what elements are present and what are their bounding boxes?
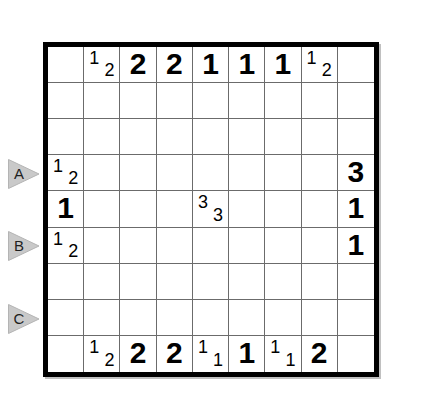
- cell-r6c4[interactable]: [157, 228, 193, 264]
- clue-number: 1: [286, 351, 296, 369]
- clue-number: 1: [193, 47, 228, 82]
- cell-r8c3[interactable]: [120, 300, 156, 336]
- cell-r5c2[interactable]: [84, 191, 120, 227]
- cell-r9c9[interactable]: [338, 336, 374, 372]
- cell-r4c6[interactable]: [229, 155, 265, 191]
- cell-r2c7[interactable]: [265, 83, 301, 119]
- cell-r6c2[interactable]: [84, 228, 120, 264]
- cell-r4c9[interactable]: 3: [338, 155, 374, 191]
- cell-r5c6[interactable]: [229, 191, 265, 227]
- cell-r2c2[interactable]: [84, 83, 120, 119]
- cell-r3c4[interactable]: [157, 119, 193, 155]
- cell-r7c6[interactable]: [229, 264, 265, 300]
- clue-number: 3: [198, 193, 208, 211]
- cell-r3c3[interactable]: [120, 119, 156, 155]
- cell-r6c6[interactable]: [229, 228, 265, 264]
- clue-number: 2: [68, 169, 78, 187]
- clue-number: 3: [338, 155, 374, 190]
- cell-r7c7[interactable]: [265, 264, 301, 300]
- clue-number: 1: [53, 157, 63, 175]
- cell-r6c5[interactable]: [193, 228, 229, 264]
- cell-r1c6[interactable]: 1: [229, 47, 265, 83]
- cell-r8c6[interactable]: [229, 300, 265, 336]
- clue-number: 1: [338, 228, 374, 263]
- clue-number: 2: [157, 47, 192, 82]
- cell-r7c5[interactable]: [193, 264, 229, 300]
- tapa-puzzle-page: ABC 12221111212313311211222111112: [0, 0, 421, 419]
- cell-r2c1[interactable]: [48, 83, 84, 119]
- clue-number: 1: [229, 336, 264, 372]
- clue-number: 1: [265, 47, 300, 82]
- cell-r2c8[interactable]: [302, 83, 338, 119]
- clue-number: 1: [198, 338, 208, 356]
- cell-r6c7[interactable]: [265, 228, 301, 264]
- row-marker-a: A: [8, 159, 40, 189]
- cell-r8c2[interactable]: [84, 300, 120, 336]
- cell-r5c5[interactable]: 33: [193, 191, 229, 227]
- cell-r8c4[interactable]: [157, 300, 193, 336]
- cell-r6c1[interactable]: 12: [48, 228, 84, 264]
- cell-r5c8[interactable]: [302, 191, 338, 227]
- cell-r2c4[interactable]: [157, 83, 193, 119]
- cell-r7c8[interactable]: [302, 264, 338, 300]
- cell-r6c9[interactable]: 1: [338, 228, 374, 264]
- cell-r3c6[interactable]: [229, 119, 265, 155]
- cell-r7c4[interactable]: [157, 264, 193, 300]
- cell-r2c6[interactable]: [229, 83, 265, 119]
- clue-number: 2: [104, 351, 114, 369]
- clue-number: 1: [229, 47, 264, 82]
- clue-number: 1: [307, 49, 317, 67]
- cell-r9c8[interactable]: 2: [302, 336, 338, 372]
- cell-r9c3[interactable]: 2: [120, 336, 156, 372]
- cell-r8c8[interactable]: [302, 300, 338, 336]
- row-marker-label: A: [10, 159, 28, 189]
- cell-r9c2[interactable]: 12: [84, 336, 120, 372]
- cell-r4c5[interactable]: [193, 155, 229, 191]
- cell-r9c4[interactable]: 2: [157, 336, 193, 372]
- clue-number: 1: [270, 338, 280, 356]
- cell-r3c9[interactable]: [338, 119, 374, 155]
- cell-r3c8[interactable]: [302, 119, 338, 155]
- clue-number: 1: [53, 230, 63, 248]
- cell-r9c1[interactable]: [48, 336, 84, 372]
- clue-number: 2: [68, 242, 78, 260]
- clue-number: 1: [213, 351, 223, 369]
- cell-r3c7[interactable]: [265, 119, 301, 155]
- cell-r6c3[interactable]: [120, 228, 156, 264]
- clue-number: 1: [89, 49, 99, 67]
- clue-number: 2: [104, 61, 114, 79]
- cell-r8c1[interactable]: [48, 300, 84, 336]
- cell-r8c5[interactable]: [193, 300, 229, 336]
- cell-r1c1[interactable]: [48, 47, 84, 83]
- cell-r4c1[interactable]: 12: [48, 155, 84, 191]
- cell-r1c3[interactable]: 2: [120, 47, 156, 83]
- cell-r7c3[interactable]: [120, 264, 156, 300]
- clue-number: 2: [322, 61, 332, 79]
- cell-r9c5[interactable]: 11: [193, 336, 229, 372]
- cell-r3c5[interactable]: [193, 119, 229, 155]
- cell-r4c2[interactable]: [84, 155, 120, 191]
- cell-r5c7[interactable]: [265, 191, 301, 227]
- cell-r7c9[interactable]: [338, 264, 374, 300]
- cell-r7c2[interactable]: [84, 264, 120, 300]
- cell-r4c4[interactable]: [157, 155, 193, 191]
- cell-r7c1[interactable]: [48, 264, 84, 300]
- clue-number: 2: [302, 336, 337, 372]
- cell-r3c2[interactable]: [84, 119, 120, 155]
- tapa-grid: 12221111212313311211222111112: [43, 42, 379, 377]
- clue-number: 2: [157, 336, 192, 372]
- cell-r5c3[interactable]: [120, 191, 156, 227]
- cell-r5c9[interactable]: 1: [338, 191, 374, 227]
- cell-r4c8[interactable]: [302, 155, 338, 191]
- cell-r2c3[interactable]: [120, 83, 156, 119]
- cell-r5c1[interactable]: 1: [48, 191, 84, 227]
- cell-r1c9[interactable]: [338, 47, 374, 83]
- clue-number: 2: [120, 47, 155, 82]
- cell-r8c9[interactable]: [338, 300, 374, 336]
- cell-r8c7[interactable]: [265, 300, 301, 336]
- cell-r2c5[interactable]: [193, 83, 229, 119]
- cell-r5c4[interactable]: [157, 191, 193, 227]
- row-marker-b: B: [8, 231, 40, 261]
- clue-number: 1: [89, 338, 99, 356]
- cell-r1c2[interactable]: 12: [84, 47, 120, 83]
- cell-r6c8[interactable]: [302, 228, 338, 264]
- clue-number: 2: [120, 336, 155, 372]
- row-marker-label: B: [10, 231, 28, 261]
- cell-r2c9[interactable]: [338, 83, 374, 119]
- cell-r4c3[interactable]: [120, 155, 156, 191]
- cell-r3c1[interactable]: [48, 119, 84, 155]
- cell-r4c7[interactable]: [265, 155, 301, 191]
- clue-number: 1: [48, 191, 83, 226]
- cell-r1c5[interactable]: 1: [193, 47, 229, 83]
- clue-number: 3: [213, 206, 223, 224]
- cell-r1c4[interactable]: 2: [157, 47, 193, 83]
- cell-r9c7[interactable]: 11: [265, 336, 301, 372]
- clue-number: 1: [338, 191, 374, 226]
- cell-r1c8[interactable]: 12: [302, 47, 338, 83]
- row-marker-c: C: [8, 304, 40, 334]
- row-marker-label: C: [10, 304, 28, 334]
- cell-r1c7[interactable]: 1: [265, 47, 301, 83]
- cell-r9c6[interactable]: 1: [229, 336, 265, 372]
